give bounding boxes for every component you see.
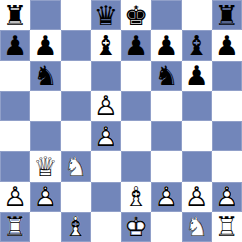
piece-glyph-outline: ♕ [30, 151, 60, 181]
square-f3[interactable] [151, 151, 181, 181]
square-a3[interactable] [0, 151, 30, 181]
square-e1[interactable]: ♚♔ [121, 212, 151, 242]
piece-glyph-solid: ♟ [30, 30, 60, 60]
square-f7[interactable]: ♟ [151, 30, 181, 60]
piece-glyph-fill: ♜ [0, 212, 30, 242]
piece-white-rook[interactable]: ♜♖ [212, 212, 242, 242]
square-d2[interactable] [91, 182, 121, 212]
square-e5[interactable] [121, 91, 151, 121]
piece-glyph-solid: ♟ [182, 61, 212, 91]
square-g5[interactable] [182, 91, 212, 121]
piece-white-king[interactable]: ♚♔ [121, 212, 151, 242]
square-e2[interactable]: ♝♗ [121, 182, 151, 212]
square-c2[interactable] [61, 182, 91, 212]
piece-white-pawn[interactable]: ♟♙ [182, 182, 212, 212]
piece-glyph-solid: ♟ [151, 30, 181, 60]
square-d1[interactable] [91, 212, 121, 242]
piece-glyph-fill: ♟ [0, 182, 30, 212]
square-c8[interactable] [61, 0, 91, 30]
square-g3[interactable] [182, 151, 212, 181]
square-c3[interactable]: ♞♘ [61, 151, 91, 181]
square-g4[interactable] [182, 121, 212, 151]
piece-glyph-outline: ♙ [30, 182, 60, 212]
piece-white-knight[interactable]: ♞♘ [61, 151, 91, 181]
square-a5[interactable] [0, 91, 30, 121]
square-h8[interactable]: ♜ [212, 0, 242, 30]
square-f1[interactable] [151, 212, 181, 242]
piece-glyph-outline: ♙ [151, 182, 181, 212]
piece-white-bishop[interactable]: ♝♗ [121, 182, 151, 212]
piece-glyph-solid: ♟ [121, 30, 151, 60]
square-d7[interactable]: ♝ [91, 30, 121, 60]
square-f8[interactable] [151, 0, 181, 30]
piece-white-pawn[interactable]: ♟♙ [151, 182, 181, 212]
piece-white-pawn[interactable]: ♟♙ [0, 182, 30, 212]
piece-glyph-outline: ♙ [0, 182, 30, 212]
square-f2[interactable]: ♟♙ [151, 182, 181, 212]
piece-glyph-outline: ♗ [61, 212, 91, 242]
piece-white-rook[interactable]: ♜♖ [0, 212, 30, 242]
square-c6[interactable] [61, 61, 91, 91]
square-g7[interactable]: ♝ [182, 30, 212, 60]
chess-board: ♜♛♚♜♟♟♝♟♟♝♟♞♞♟♟♙♟♙♛♕♞♘♟♙♟♙♝♗♟♙♟♙♟♙♜♖♝♗♚♔… [0, 0, 242, 242]
piece-white-pawn[interactable]: ♟♙ [212, 182, 242, 212]
square-h7[interactable]: ♟ [212, 30, 242, 60]
piece-glyph-fill: ♞ [182, 212, 212, 242]
piece-glyph-solid: ♝ [182, 30, 212, 60]
piece-glyph-solid: ♟ [212, 30, 242, 60]
square-c7[interactable] [61, 30, 91, 60]
piece-black-pawn[interactable]: ♟ [0, 30, 30, 60]
square-e6[interactable] [121, 61, 151, 91]
square-f4[interactable] [151, 121, 181, 151]
square-c5[interactable] [61, 91, 91, 121]
piece-black-pawn[interactable]: ♟ [30, 30, 60, 60]
piece-glyph-solid: ♞ [30, 61, 60, 91]
piece-white-queen[interactable]: ♛♕ [30, 151, 60, 181]
square-c4[interactable] [61, 121, 91, 151]
square-h5[interactable] [212, 91, 242, 121]
square-g8[interactable] [182, 0, 212, 30]
piece-glyph-outline: ♖ [0, 212, 30, 242]
piece-black-pawn[interactable]: ♟ [121, 30, 151, 60]
square-a1[interactable]: ♜♖ [0, 212, 30, 242]
piece-glyph-fill: ♝ [121, 182, 151, 212]
square-h4[interactable] [212, 121, 242, 151]
piece-glyph-fill: ♟ [91, 91, 121, 121]
square-e3[interactable] [121, 151, 151, 181]
square-e7[interactable]: ♟ [121, 30, 151, 60]
square-b4[interactable] [30, 121, 60, 151]
square-f5[interactable] [151, 91, 181, 121]
piece-white-pawn[interactable]: ♟♙ [91, 121, 121, 151]
piece-white-pawn[interactable]: ♟♙ [91, 91, 121, 121]
piece-black-bishop[interactable]: ♝ [182, 30, 212, 60]
piece-black-pawn[interactable]: ♟ [212, 30, 242, 60]
piece-white-knight[interactable]: ♞♘ [182, 212, 212, 242]
square-b6[interactable]: ♞ [30, 61, 60, 91]
square-a4[interactable] [0, 121, 30, 151]
piece-glyph-fill: ♝ [61, 212, 91, 242]
piece-glyph-fill: ♚ [121, 212, 151, 242]
piece-glyph-fill: ♟ [151, 182, 181, 212]
piece-glyph-outline: ♖ [212, 212, 242, 242]
piece-black-pawn[interactable]: ♟ [182, 61, 212, 91]
square-a6[interactable] [0, 61, 30, 91]
square-a2[interactable]: ♟♙ [0, 182, 30, 212]
piece-glyph-outline: ♘ [182, 212, 212, 242]
piece-glyph-outline: ♘ [61, 151, 91, 181]
piece-glyph-fill: ♛ [30, 151, 60, 181]
piece-glyph-fill: ♟ [91, 121, 121, 151]
piece-glyph-outline: ♔ [121, 212, 151, 242]
square-b3[interactable]: ♛♕ [30, 151, 60, 181]
square-h3[interactable] [212, 151, 242, 181]
piece-glyph-outline: ♙ [91, 121, 121, 151]
piece-glyph-solid: ♜ [212, 0, 242, 30]
piece-glyph-fill: ♟ [212, 182, 242, 212]
piece-glyph-fill: ♞ [61, 151, 91, 181]
square-d8[interactable]: ♛ [91, 0, 121, 30]
square-e4[interactable] [121, 121, 151, 151]
square-d5[interactable]: ♟♙ [91, 91, 121, 121]
square-b7[interactable]: ♟ [30, 30, 60, 60]
piece-black-king[interactable]: ♚ [121, 0, 151, 30]
square-g1[interactable]: ♞♘ [182, 212, 212, 242]
piece-black-queen[interactable]: ♛ [91, 0, 121, 30]
piece-black-bishop[interactable]: ♝ [91, 30, 121, 60]
piece-glyph-solid: ♜ [0, 0, 30, 30]
square-g6[interactable]: ♟ [182, 61, 212, 91]
square-e8[interactable]: ♚ [121, 0, 151, 30]
square-d3[interactable] [91, 151, 121, 181]
square-h2[interactable]: ♟♙ [212, 182, 242, 212]
piece-white-pawn[interactable]: ♟♙ [30, 182, 60, 212]
square-h6[interactable] [212, 61, 242, 91]
piece-white-bishop[interactable]: ♝♗ [61, 212, 91, 242]
piece-glyph-outline: ♙ [182, 182, 212, 212]
piece-glyph-outline: ♗ [121, 182, 151, 212]
piece-glyph-solid: ♞ [151, 61, 181, 91]
square-f6[interactable]: ♞ [151, 61, 181, 91]
piece-glyph-fill: ♟ [182, 182, 212, 212]
square-b8[interactable] [30, 0, 60, 30]
piece-black-knight[interactable]: ♞ [151, 61, 181, 91]
square-b5[interactable] [30, 91, 60, 121]
square-b1[interactable] [30, 212, 60, 242]
piece-glyph-fill: ♜ [212, 212, 242, 242]
square-a8[interactable]: ♜ [0, 0, 30, 30]
piece-black-knight[interactable]: ♞ [30, 61, 60, 91]
piece-glyph-fill: ♟ [30, 182, 60, 212]
piece-glyph-outline: ♙ [91, 91, 121, 121]
square-h1[interactable]: ♜♖ [212, 212, 242, 242]
square-d6[interactable] [91, 61, 121, 91]
piece-black-rook[interactable]: ♜ [0, 0, 30, 30]
piece-glyph-solid: ♝ [91, 30, 121, 60]
piece-glyph-outline: ♙ [212, 182, 242, 212]
piece-glyph-solid: ♟ [0, 30, 30, 60]
square-g2[interactable]: ♟♙ [182, 182, 212, 212]
piece-black-pawn[interactable]: ♟ [151, 30, 181, 60]
square-b2[interactable]: ♟♙ [30, 182, 60, 212]
piece-glyph-solid: ♚ [121, 0, 151, 30]
piece-glyph-solid: ♛ [91, 0, 121, 30]
square-a7[interactable]: ♟ [0, 30, 30, 60]
square-c1[interactable]: ♝♗ [61, 212, 91, 242]
square-d4[interactable]: ♟♙ [91, 121, 121, 151]
piece-black-rook[interactable]: ♜ [212, 0, 242, 30]
